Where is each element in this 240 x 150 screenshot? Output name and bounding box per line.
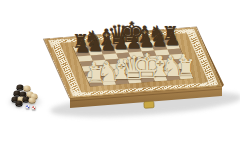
black-checker-1[interactable] (17, 85, 24, 90)
accessories-layer (0, 0, 240, 150)
light-checker-10[interactable] (29, 98, 36, 103)
black-checker-11[interactable] (16, 101, 23, 106)
chess-set-photo: ♜♞♝♛♚♝♞♜♟♟♟♟♟♟♟♟♟♟♟♟♟♟♟♟♜♞♝♛♚♝♞♜ (0, 0, 240, 150)
light-checker-2[interactable] (24, 86, 31, 91)
blue-die[interactable] (25, 105, 29, 109)
red-die[interactable] (31, 106, 35, 110)
